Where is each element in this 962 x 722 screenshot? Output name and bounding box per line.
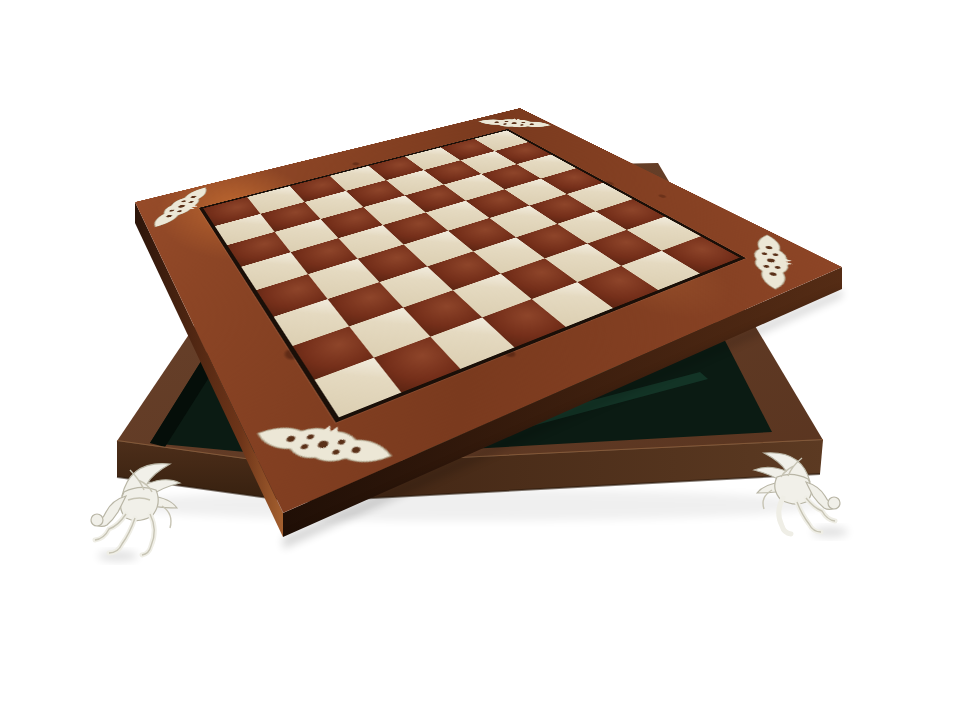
ground-shadow — [115, 489, 825, 521]
product-photo-scene — [0, 0, 962, 722]
pegasus-leg-right-icon — [740, 446, 852, 538]
corner-ornament-icon — [238, 413, 406, 479]
pegasus-leg-left-icon — [80, 456, 192, 560]
